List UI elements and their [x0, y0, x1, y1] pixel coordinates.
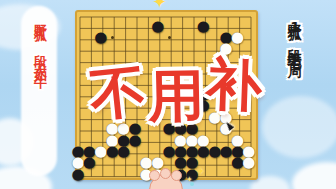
white-stone: ●: [72, 157, 83, 168]
black-stone: ●: [152, 21, 163, 32]
black-stone: ●: [95, 32, 106, 43]
white-stone: ●: [141, 157, 152, 168]
title-overlay: 不用补: [81, 47, 274, 130]
black-stone: ●: [220, 32, 231, 43]
black-stone: ●: [232, 146, 243, 157]
black-stone: ●: [72, 146, 83, 157]
cyan-dot-icon: [190, 182, 194, 186]
paw-toe: [160, 168, 171, 179]
black-stone: ●: [232, 157, 243, 168]
black-stone: ●: [175, 146, 186, 157]
black-stone: ●: [220, 146, 231, 157]
paw-toe: [149, 170, 160, 181]
black-stone: ●: [118, 135, 129, 146]
cat-paw-icon: [149, 174, 183, 189]
white-stone: ●: [175, 135, 186, 146]
white-stone: ●: [186, 135, 197, 146]
cloud: [262, 96, 336, 158]
star-point: [163, 32, 174, 43]
title-char: 不: [86, 53, 152, 135]
black-stone: ●: [163, 146, 174, 157]
left-caption: 野狐1段力大如牛: [31, 14, 49, 69]
black-stone: ●: [175, 157, 186, 168]
white-stone: ●: [243, 146, 254, 157]
black-stone: ●: [129, 135, 140, 146]
black-stone: ●: [84, 146, 95, 157]
white-stone: ●: [152, 157, 163, 168]
white-stone: ●: [232, 32, 243, 43]
white-stone: ●: [232, 135, 243, 146]
white-stone: ●: [95, 146, 106, 157]
cloud: [292, 162, 336, 189]
sparkle-star-icon: ✦: [196, 165, 205, 178]
black-stone: ●: [198, 146, 209, 157]
sparkle-star-icon: ✦: [152, 0, 167, 12]
white-stone: ●: [243, 157, 254, 168]
right-caption: 野狐1段第七十一局: [286, 13, 304, 56]
white-stone: ●: [198, 135, 209, 146]
white-stone: ●: [106, 135, 117, 146]
paw-toe: [171, 170, 182, 181]
black-stone: ●: [72, 169, 83, 180]
black-stone: ●: [118, 146, 129, 157]
star-point: [106, 32, 117, 43]
black-stone: ●: [84, 157, 95, 168]
black-stone: ●: [186, 146, 197, 157]
black-stone: ●: [198, 21, 209, 32]
black-stone: ●: [209, 146, 220, 157]
title-char: 用: [148, 58, 207, 135]
star-point: [106, 146, 117, 157]
mouse-cursor-icon: [220, 123, 231, 134]
video-thumbnail[interactable]: ●●●●●●●●●●●●●●●●●●●●●●●●●●●●●●●●●●●●●●●●…: [0, 0, 336, 189]
title-char: 补: [205, 47, 266, 125]
